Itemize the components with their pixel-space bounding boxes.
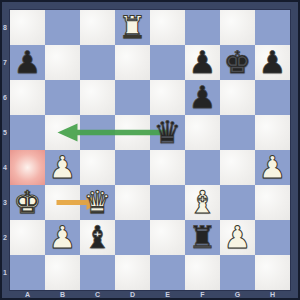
piece-black-bishop-c2[interactable]: ♝ xyxy=(80,220,115,255)
rank-label-7: 7 xyxy=(0,45,10,80)
piece-black-pawn-f6[interactable]: ♟ xyxy=(185,80,220,115)
file-label-e: E xyxy=(150,290,185,300)
piece-black-pawn-a7[interactable]: ♟ xyxy=(10,45,45,80)
piece-layer: ♜♟♟♚♟♟♛♟♟♚♛♝♟♝♜♟ xyxy=(10,10,290,290)
rank-label-4: 4 xyxy=(0,150,10,185)
rank-label-6: 6 xyxy=(0,80,10,115)
piece-white-queen-c3[interactable]: ♛ xyxy=(80,185,115,220)
piece-white-pawn-b4[interactable]: ♟ xyxy=(45,150,80,185)
piece-black-rook-f2[interactable]: ♜ xyxy=(185,220,220,255)
rank-label-3: 3 xyxy=(0,185,10,220)
piece-white-king-a3[interactable]: ♚ xyxy=(10,185,45,220)
piece-black-queen-e5[interactable]: ♛ xyxy=(150,115,185,150)
rank-label-8: 8 xyxy=(0,10,10,45)
piece-white-rook-d8[interactable]: ♜ xyxy=(115,10,150,45)
file-label-g: G xyxy=(220,290,255,300)
file-label-c: C xyxy=(80,290,115,300)
piece-white-pawn-g2[interactable]: ♟ xyxy=(220,220,255,255)
file-label-b: B xyxy=(45,290,80,300)
piece-black-king-g7[interactable]: ♚ xyxy=(220,45,255,80)
piece-white-pawn-b2[interactable]: ♟ xyxy=(45,220,80,255)
file-label-d: D xyxy=(115,290,150,300)
piece-white-pawn-h4[interactable]: ♟ xyxy=(255,150,290,185)
file-label-h: H xyxy=(255,290,290,300)
file-label-f: F xyxy=(185,290,220,300)
piece-white-bishop-f3[interactable]: ♝ xyxy=(185,185,220,220)
rank-label-1: 1 xyxy=(0,255,10,290)
piece-black-pawn-f7[interactable]: ♟ xyxy=(185,45,220,80)
rank-label-5: 5 xyxy=(0,115,10,150)
piece-black-pawn-h7[interactable]: ♟ xyxy=(255,45,290,80)
file-label-a: A xyxy=(10,290,45,300)
chess-board-frame: 87654321 ♜♟♟♚♟♟♛♟♟♚♛♝♟♝♜♟ ABCDEFGH xyxy=(0,0,300,300)
rank-label-2: 2 xyxy=(0,220,10,255)
